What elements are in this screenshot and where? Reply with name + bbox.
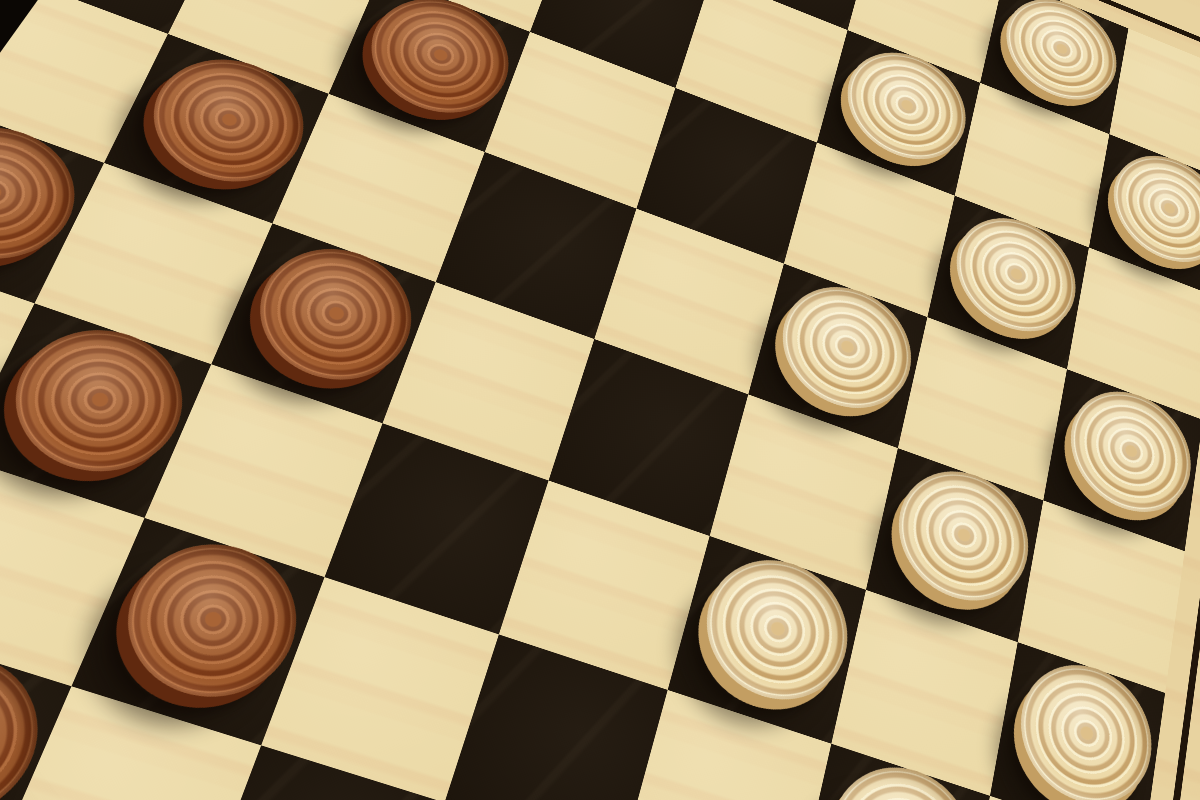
checker-glyph: ⛀ bbox=[1052, 689, 1121, 778]
checker-glyph: ⛀ bbox=[984, 237, 1047, 312]
checker-glyph: ⛀ bbox=[812, 307, 883, 387]
checker-glyph: ⛂ bbox=[184, 79, 274, 161]
checker-glyph: ⛀ bbox=[863, 793, 940, 800]
checker-glyph: ⛂ bbox=[0, 149, 43, 237]
checker-glyph: ⛀ bbox=[1141, 173, 1198, 244]
checkers-photo-stage: ⛂⛂⛂⛂⛂⛂⛂⛀⛀⛀⛀⛀⛀⛀⛀⛀⛀ bbox=[0, 0, 1200, 800]
checker-glyph: ⛀ bbox=[1032, 15, 1090, 83]
checkers-board: ⛂⛂⛂⛂⛂⛂⛂⛀⛀⛀⛀⛀⛀⛀⛀⛀⛀ bbox=[0, 0, 1200, 800]
checker-glyph: ⛀ bbox=[1100, 412, 1162, 491]
checker-glyph: ⛂ bbox=[400, 17, 480, 94]
checker-glyph: ⛀ bbox=[929, 493, 999, 578]
checker-glyph: ⛂ bbox=[0, 681, 3, 789]
board-grid: ⛂⛂⛂⛂⛂⛂⛂⛀⛀⛀⛀⛀⛀⛀⛀⛀⛀ bbox=[0, 0, 1200, 800]
checker-glyph: ⛂ bbox=[291, 270, 381, 357]
checker-glyph: ⛂ bbox=[49, 353, 151, 446]
checker-glyph: ⛀ bbox=[875, 70, 939, 142]
checker-glyph: ⛂ bbox=[162, 570, 263, 669]
checker-glyph: ⛀ bbox=[738, 584, 816, 675]
